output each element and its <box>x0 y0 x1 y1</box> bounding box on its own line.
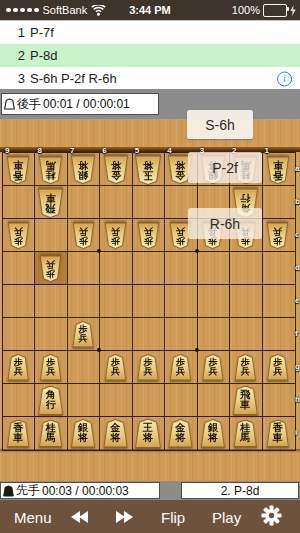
rank-label-i: i <box>295 429 297 437</box>
move-number: 1 <box>17 25 25 40</box>
variation-button-r-6h[interactable]: R-6h <box>188 208 262 239</box>
cell-5e[interactable] <box>133 285 165 318</box>
piece-2g[interactable]: 歩兵 <box>234 354 257 381</box>
cell-9d[interactable] <box>3 252 35 285</box>
cell-8e[interactable] <box>35 285 67 318</box>
piece-9c[interactable]: 歩兵 <box>7 222 30 249</box>
cell-4f[interactable] <box>165 318 197 351</box>
cell-6b[interactable] <box>100 186 132 219</box>
shogi-app: SoftBank 3:44 PM 100% 1P-7f2P-8d3S-6h P-… <box>0 0 300 533</box>
file-label-1: 1 <box>265 147 269 155</box>
piece-7a[interactable]: 銀将 <box>70 155 96 184</box>
cell-5h[interactable] <box>133 384 165 417</box>
cell-1b[interactable] <box>263 186 295 219</box>
cell-7b[interactable] <box>68 186 100 219</box>
cell-3h[interactable] <box>198 384 230 417</box>
cell-7g[interactable] <box>68 351 100 384</box>
cell-1f[interactable] <box>263 318 295 351</box>
sente-piece-icon <box>3 485 14 497</box>
cell-6h[interactable] <box>100 384 132 417</box>
settings-gear-icon[interactable] <box>261 505 282 529</box>
cell-1e[interactable] <box>263 285 295 318</box>
cell-3e[interactable] <box>198 285 230 318</box>
battery-percent-label: 100% <box>232 4 260 16</box>
file-label-5: 5 <box>135 147 139 155</box>
cell-1d[interactable] <box>263 252 295 285</box>
cell-5d[interactable] <box>133 252 165 285</box>
variation-button-p-2f[interactable]: P-2f <box>188 152 262 183</box>
piece-8g[interactable]: 歩兵 <box>39 354 62 381</box>
rank-label-e: e <box>295 297 299 305</box>
sente-label: 先手 <box>16 482 40 499</box>
piece-3i[interactable]: 銀将 <box>200 419 226 448</box>
file-label-4: 4 <box>167 147 171 155</box>
cell-6d[interactable] <box>100 252 132 285</box>
cell-2d[interactable] <box>230 252 262 285</box>
flip-button[interactable]: Flip <box>161 508 185 525</box>
piece-9g[interactable]: 歩兵 <box>7 354 30 381</box>
cell-6e[interactable] <box>100 285 132 318</box>
gote-label: 後手 <box>17 96 41 113</box>
piece-9a[interactable]: 香車 <box>6 156 30 184</box>
play-button[interactable]: Play <box>212 508 241 525</box>
piece-6c[interactable]: 歩兵 <box>104 222 127 249</box>
move-number: 3 <box>17 71 25 86</box>
sente-clock-box: 先手 00:03 / 00:00:03 <box>0 482 160 499</box>
gote-turn-bar: 後手 00:01 / 00:00:01 <box>0 89 300 119</box>
piece-5c[interactable]: 歩兵 <box>137 222 160 249</box>
cell-4h[interactable] <box>165 384 197 417</box>
piece-6g[interactable]: 歩兵 <box>104 354 127 381</box>
piece-2i[interactable]: 桂馬 <box>233 420 258 448</box>
piece-1c[interactable]: 歩兵 <box>266 222 289 249</box>
piece-8h[interactable]: 角行 <box>37 386 64 416</box>
cell-9e[interactable] <box>3 285 35 318</box>
current-move-label: 2. P-8d <box>221 484 260 498</box>
battery-icon <box>263 4 287 17</box>
charging-bolt-icon <box>290 5 296 16</box>
cell-6f[interactable] <box>100 318 132 351</box>
move-row-3[interactable]: 3S-6h P-2f R-6hi <box>0 67 300 90</box>
forward-arrow-icon <box>124 511 133 523</box>
piece-7c[interactable]: 歩兵 <box>72 222 95 249</box>
step-back-button[interactable] <box>71 511 87 523</box>
cell-7h[interactable] <box>68 384 100 417</box>
cell-7d[interactable] <box>68 252 100 285</box>
rank-label-f: f <box>295 330 298 338</box>
piece-1a[interactable]: 香車 <box>266 156 290 184</box>
piece-5g[interactable]: 歩兵 <box>137 354 160 381</box>
piece-3g[interactable]: 歩兵 <box>201 354 224 381</box>
cell-9f[interactable] <box>3 318 35 351</box>
move-list: 1P-7f2P-8d3S-6h P-2f R-6hi <box>0 20 300 89</box>
hoshi-dot <box>195 249 199 253</box>
piece-7i[interactable]: 銀将 <box>70 419 96 448</box>
piece-5i[interactable]: 王将 <box>134 419 162 449</box>
move-text: P-7f <box>30 25 54 40</box>
piece-4g[interactable]: 歩兵 <box>169 354 192 381</box>
move-number: 2 <box>17 48 25 63</box>
cell-8f[interactable] <box>35 318 67 351</box>
file-label-9: 9 <box>5 147 9 155</box>
piece-1g[interactable]: 歩兵 <box>266 354 289 381</box>
hoshi-dot <box>195 348 199 352</box>
gote-clock-box: 後手 00:01 / 00:00:01 <box>1 93 159 115</box>
piece-7f[interactable]: 歩兵 <box>72 321 95 348</box>
toolbar: Menu Flip Play <box>0 500 300 533</box>
cell-8c[interactable] <box>35 219 67 252</box>
piece-8d[interactable]: 歩兵 <box>39 255 62 282</box>
current-move-box: 2. P-8d <box>181 482 299 499</box>
menu-button[interactable]: Menu <box>14 508 52 525</box>
piece-4i[interactable]: 金将 <box>167 419 193 448</box>
rank-label-d: d <box>295 264 300 272</box>
piece-8a[interactable]: 桂馬 <box>38 156 63 184</box>
piece-8b[interactable]: 飛車 <box>37 188 64 218</box>
rank-label-a: a <box>295 165 299 173</box>
cell-4e[interactable] <box>165 285 197 318</box>
move-row-1[interactable]: 1P-7f <box>0 21 300 44</box>
info-icon[interactable]: i <box>277 71 292 86</box>
piece-9i[interactable]: 香車 <box>6 420 30 448</box>
move-row-2[interactable]: 2P-8d <box>0 44 300 67</box>
cell-3f[interactable] <box>198 318 230 351</box>
rank-label-g: g <box>295 363 300 371</box>
piece-1i[interactable]: 香車 <box>266 420 290 448</box>
cell-4d[interactable] <box>165 252 197 285</box>
cell-5b[interactable] <box>133 186 165 219</box>
variation-button-s-6h[interactable]: S-6h <box>187 110 253 139</box>
cell-3d[interactable] <box>198 252 230 285</box>
piece-6i[interactable]: 金将 <box>103 419 129 448</box>
file-label-7: 7 <box>70 147 74 155</box>
rank-label-c: c <box>295 231 299 239</box>
cell-7e[interactable] <box>68 285 100 318</box>
cell-1h[interactable] <box>263 384 295 417</box>
piece-8i[interactable]: 桂馬 <box>38 420 63 448</box>
rank-label-b: b <box>295 198 300 206</box>
piece-5a[interactable]: 玉将 <box>134 155 162 185</box>
move-text: P-8d <box>30 48 57 63</box>
piece-6a[interactable]: 金将 <box>103 155 129 184</box>
piece-2h[interactable]: 飛車 <box>232 386 259 416</box>
gote-clock: 00:01 / 00:00:01 <box>43 97 130 111</box>
file-label-6: 6 <box>102 147 106 155</box>
cell-2f[interactable] <box>230 318 262 351</box>
cell-9b[interactable] <box>3 186 35 219</box>
back-arrow-icon <box>79 511 88 523</box>
sente-clock: 00:03 / 00:00:03 <box>42 484 129 498</box>
sente-turn-bar: 先手 00:03 / 00:00:03 2. P-8d <box>0 481 300 500</box>
file-label-8: 8 <box>37 147 41 155</box>
cell-2e[interactable] <box>230 285 262 318</box>
cell-5f[interactable] <box>133 318 165 351</box>
rank-label-h: h <box>295 396 300 404</box>
move-text: S-6h P-2f R-6h <box>30 71 117 86</box>
gote-piece-icon <box>4 98 15 110</box>
step-forward-button[interactable] <box>117 511 133 523</box>
status-bar: SoftBank 3:44 PM 100% <box>0 0 300 20</box>
cell-9h[interactable] <box>3 384 35 417</box>
